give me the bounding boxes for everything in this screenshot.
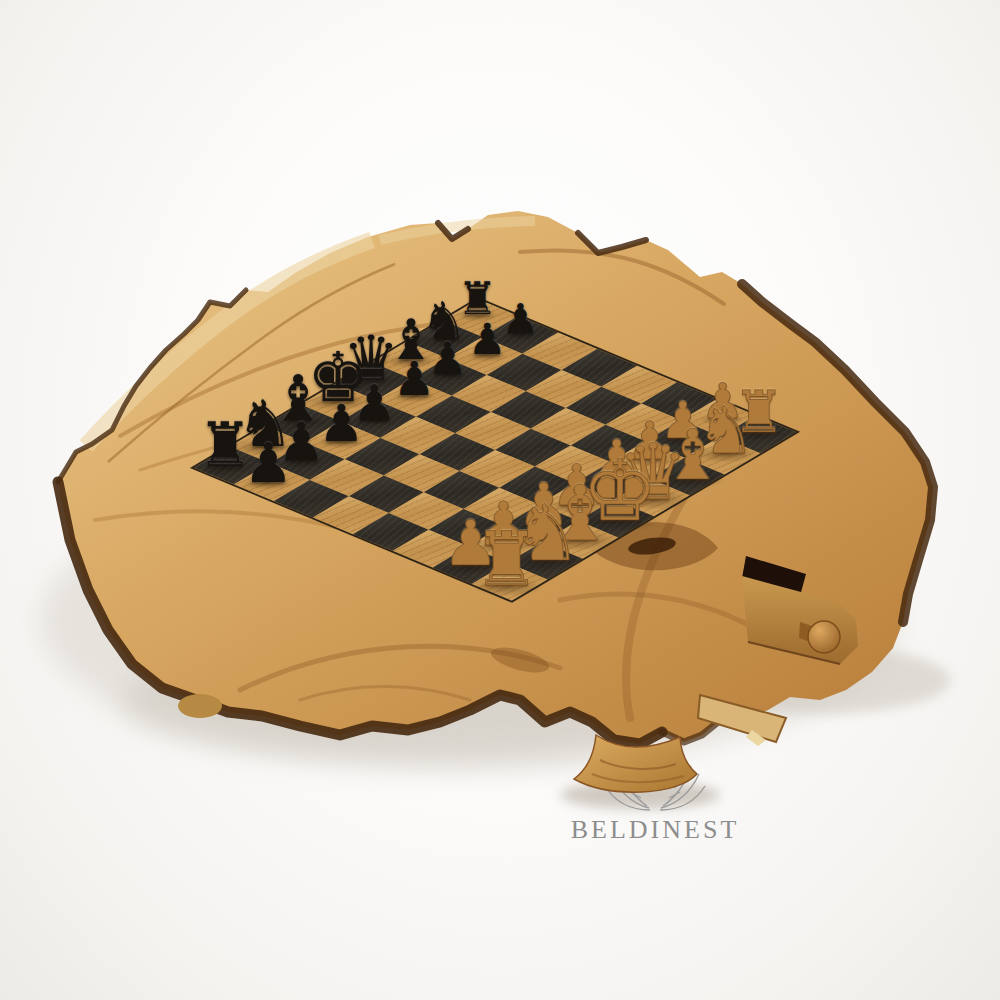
left-foot bbox=[178, 694, 222, 718]
drawer-knob bbox=[808, 621, 840, 653]
brand-name: BELDINEST bbox=[571, 815, 740, 844]
chess-piece-black-pawn[interactable]: ♟ bbox=[244, 435, 293, 490]
chess-piece-white-rook[interactable]: ♜ bbox=[474, 523, 541, 597]
chess-piece-black-pawn[interactable]: ♟ bbox=[468, 318, 507, 361]
product-photo-scene: BELDINEST ♜♞♝♛♚♝♞♜♟♟♟♟♟♟♟♟♟♟♟♟♟♟♟♟♜♞♝♛♚♝… bbox=[0, 0, 1000, 1000]
chess-piece-black-pawn[interactable]: ♟ bbox=[393, 356, 435, 403]
chess-piece-black-pawn[interactable]: ♟ bbox=[318, 398, 364, 449]
chess-piece-black-pawn[interactable]: ♟ bbox=[502, 299, 539, 340]
